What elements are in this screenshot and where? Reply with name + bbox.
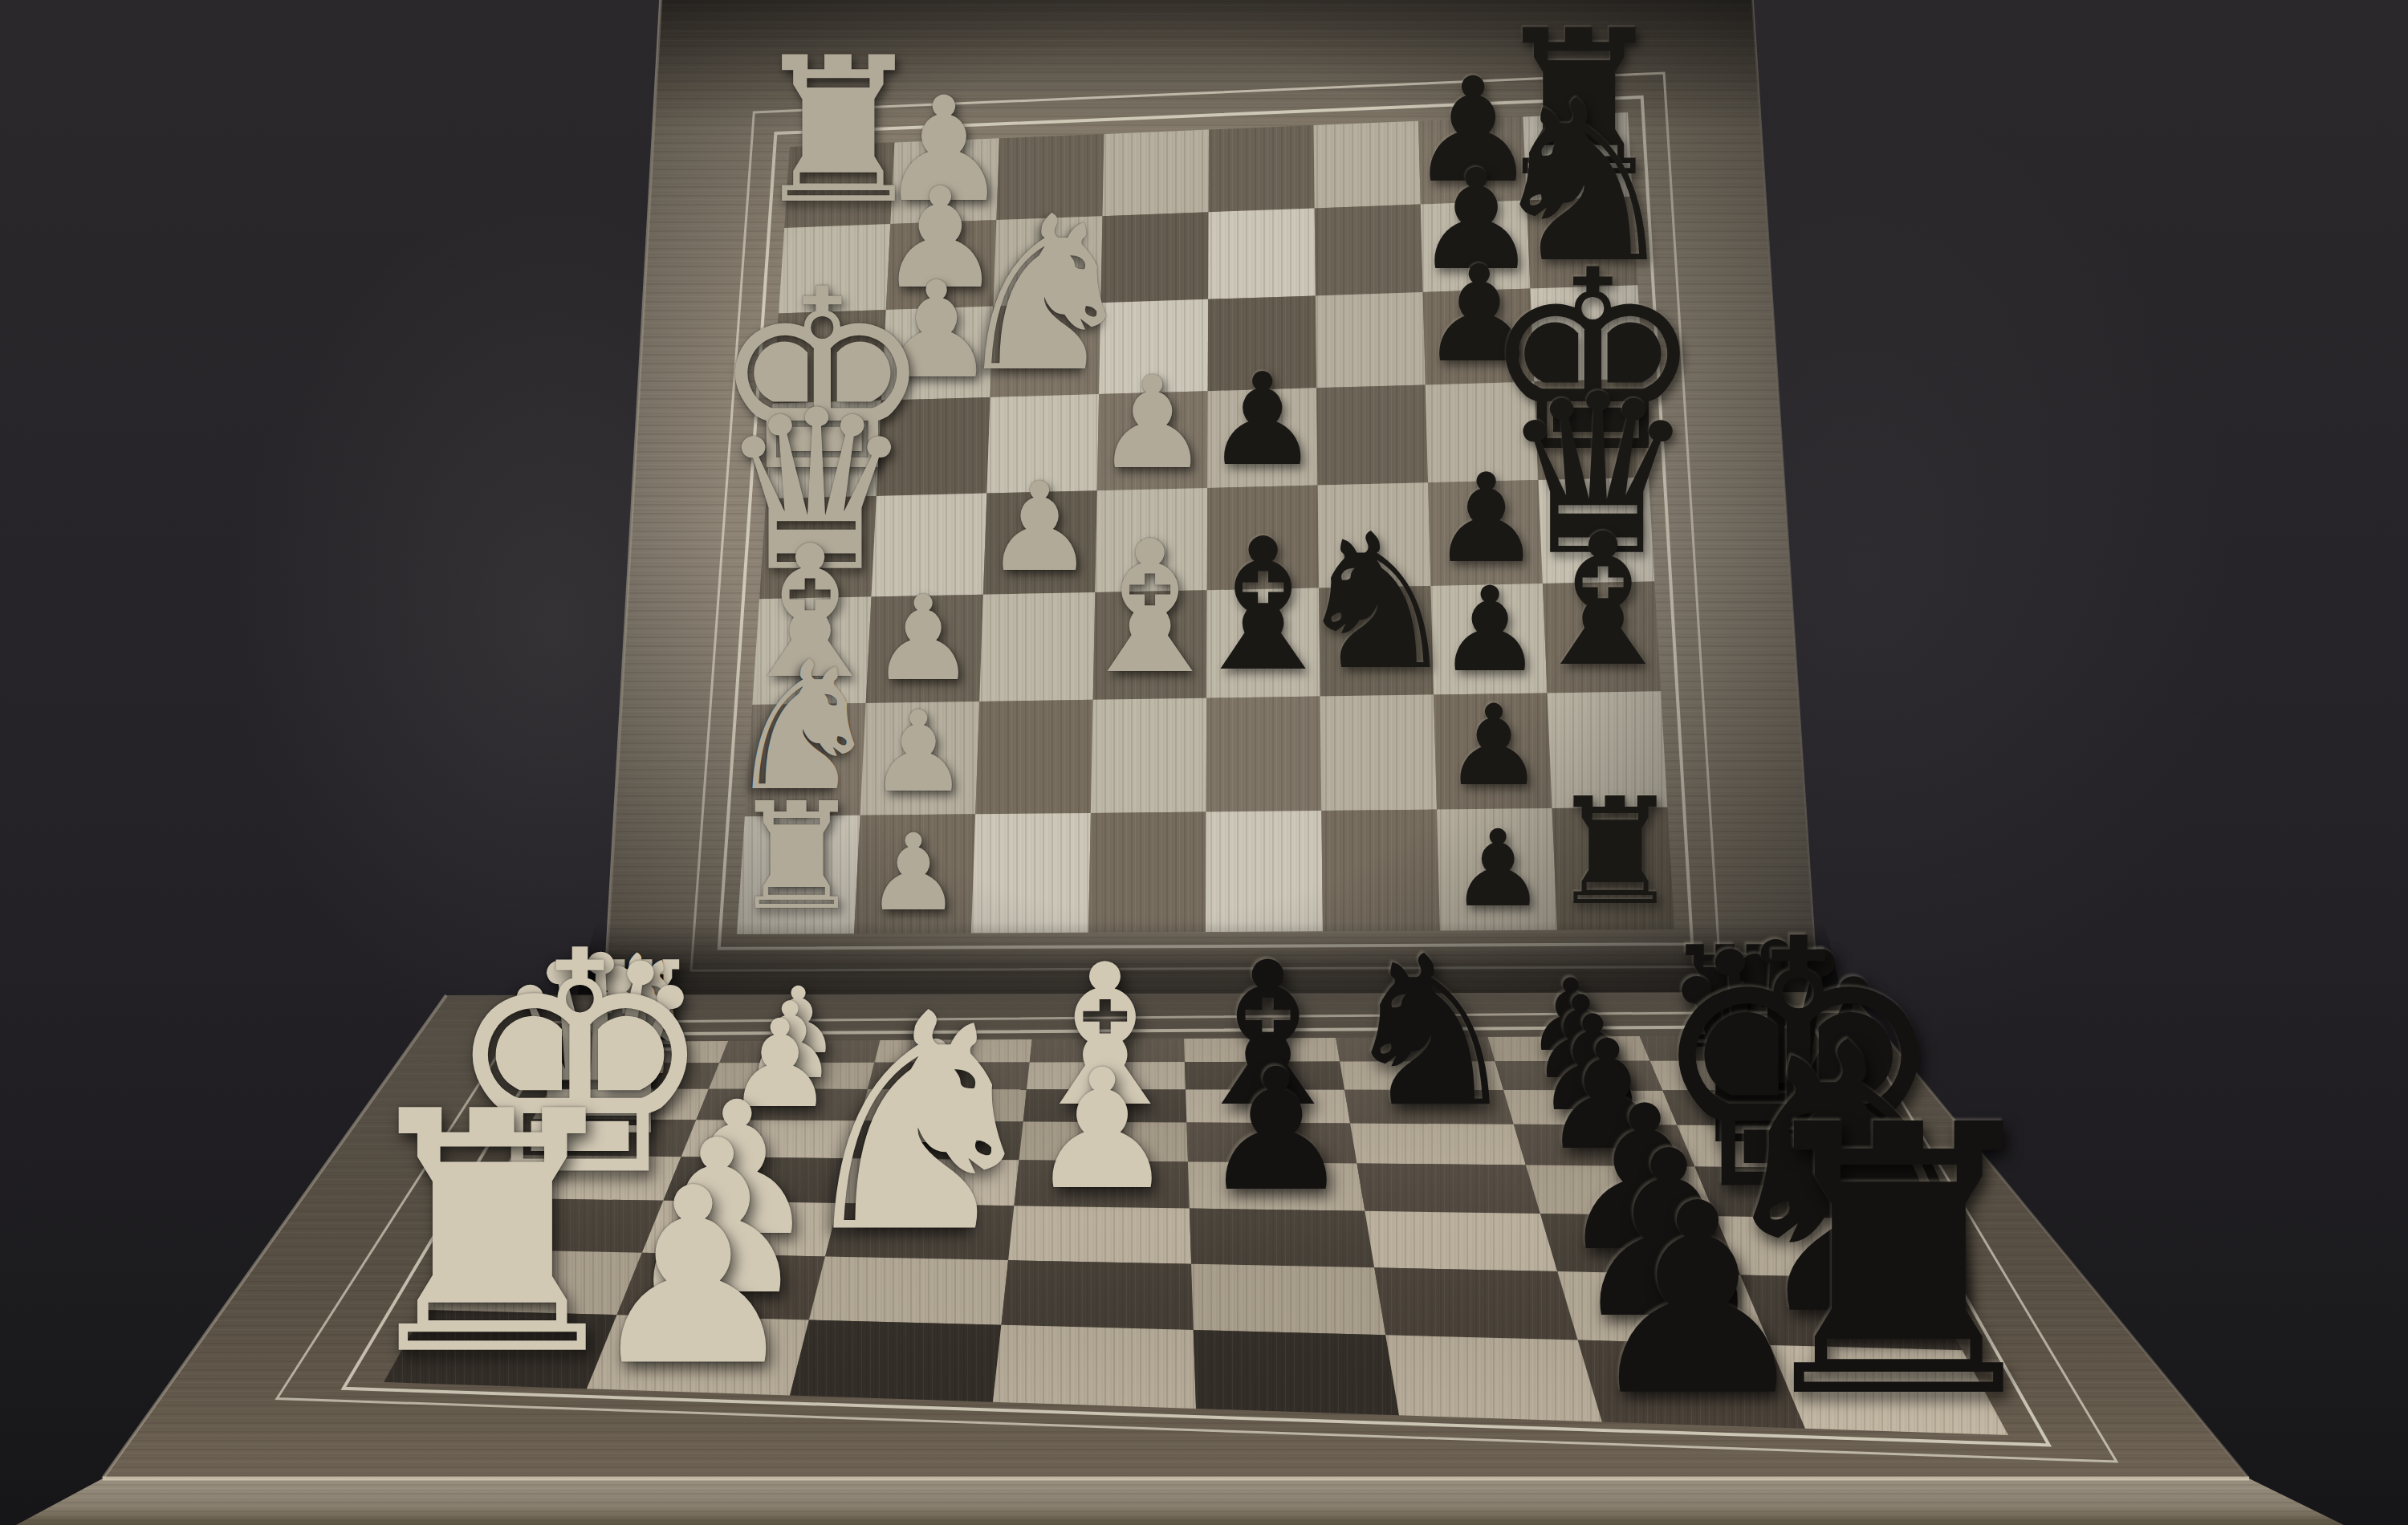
table-piece-white-knight-f3: ♞: [784, 975, 1052, 1275]
upper-piece-black-knight-c6: ♞: [1293, 509, 1461, 696]
upper-piece-black-bishop-c8: ♝: [1522, 510, 1686, 692]
table-piece-white-pawn-h2: ♟: [584, 1156, 803, 1399]
upper-piece-white-pawn-a2: ♟: [866, 819, 961, 925]
table-piece-black-knight-c6: ♞: [1337, 929, 1523, 1136]
upper-piece-black-pawn-a7: ♟: [1450, 815, 1545, 921]
upper-piece-white-pawn-e4: ♟: [1095, 359, 1210, 486]
chess-photo-scene: ♜♟♜♟♟♞♟♟♞♟♚♟♚♟♛♟♛♟♝♟♝♝♟♝♞♞♟♟♜♟♜♟ ♜♟♜♟♞♟♟…: [0, 0, 2408, 1525]
table-piece-black-pawn-h7: ♟: [1580, 1169, 1816, 1433]
upper-piece-black-pawn-b7: ♟: [1444, 690, 1544, 802]
upper-piece-black-pawn-e5: ♟: [1206, 356, 1320, 483]
upper-piece-white-pawn-c2: ♟: [871, 579, 976, 697]
table-piece-black-pawn-e5: ♟: [1201, 1047, 1352, 1215]
upper-piece-white-pawn-b2: ♟: [868, 697, 969, 808]
upper-piece-white-rook-a1: ♜: [730, 782, 863, 929]
